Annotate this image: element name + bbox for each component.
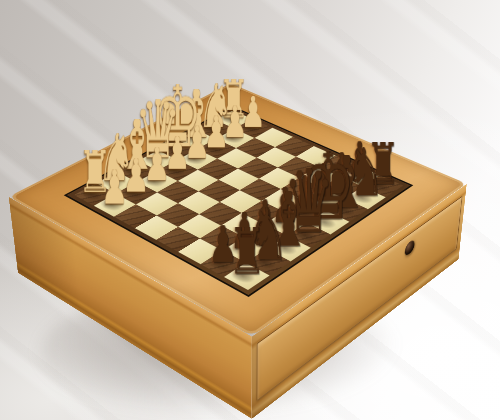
black-rook[interactable]: ♜ xyxy=(228,227,265,276)
square-a8[interactable]: ♜ xyxy=(224,263,270,290)
white-pawn[interactable]: ♟ xyxy=(101,169,128,205)
drawer-knob[interactable] xyxy=(405,238,415,257)
scene: ♜♟♟♜♞♟♟♞♝♟♟♝♚♟♟♚♛♟♟♛♝♟♟♝♞♟♟♞♜♟♟♜ xyxy=(0,0,500,420)
chess-box: ♜♟♟♜♞♟♟♞♝♟♟♝♚♟♟♚♛♟♟♛♝♟♟♝♞♟♟♞♜♟♟♜ xyxy=(18,153,459,419)
photo-stage: ♜♟♟♜♞♟♟♞♝♟♟♝♚♟♟♚♛♟♟♛♝♟♟♝♞♟♟♞♜♟♟♜ xyxy=(0,0,500,420)
